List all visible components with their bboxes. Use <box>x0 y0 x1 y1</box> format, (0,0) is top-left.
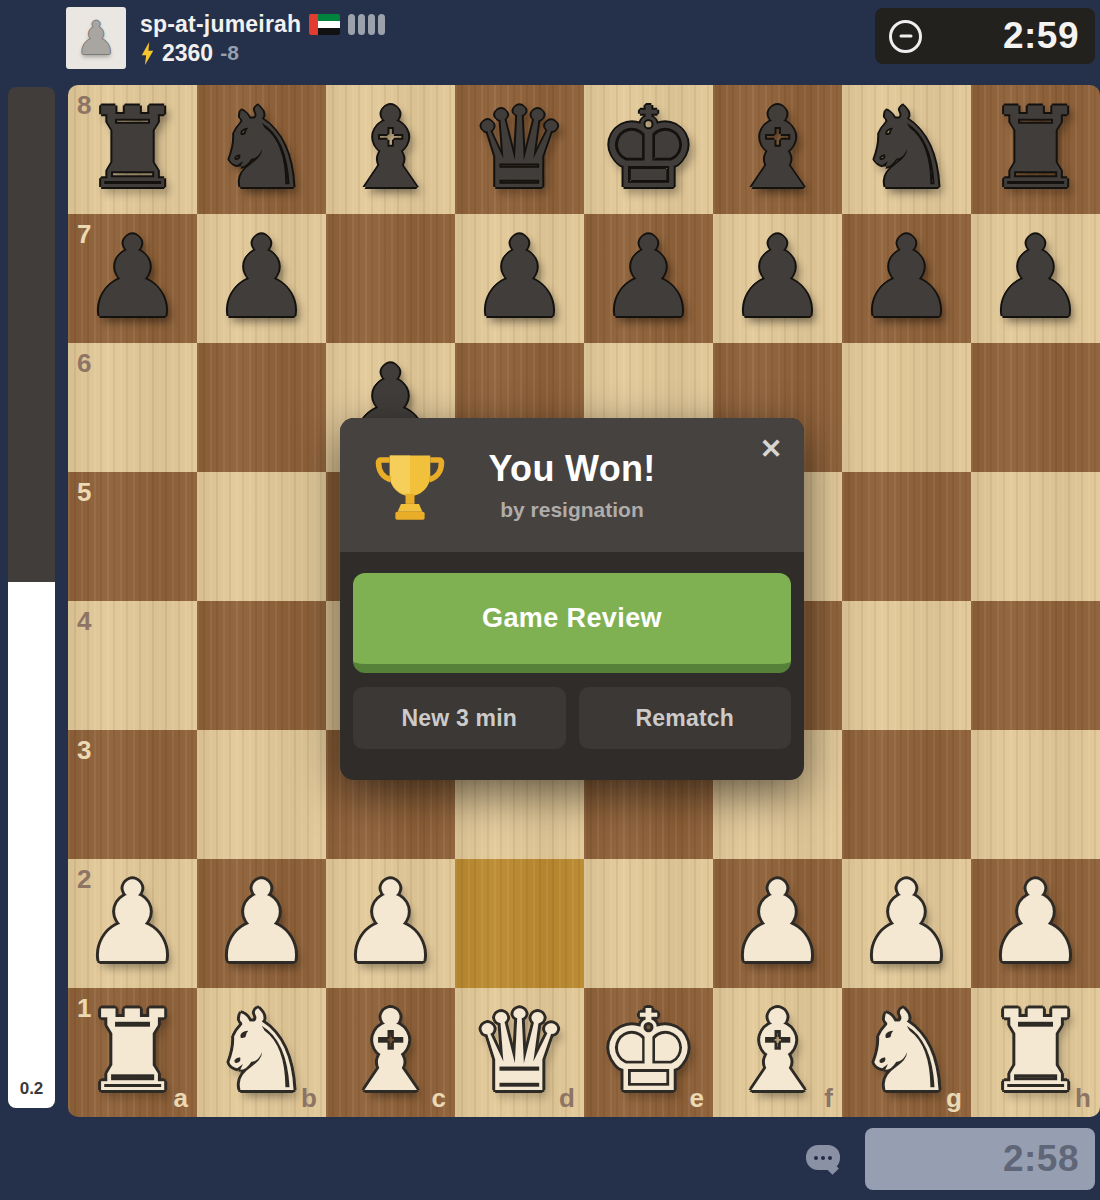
square-b3[interactable] <box>197 730 326 859</box>
top-clock-time: 2:59 <box>922 15 1095 57</box>
square-e2[interactable] <box>584 859 713 988</box>
piece-white-king[interactable]: ♚ <box>598 995 698 1107</box>
piece-white-queen[interactable]: ♛ <box>469 995 569 1107</box>
square-b1[interactable]: b♞ <box>197 988 326 1117</box>
square-h3[interactable] <box>971 730 1100 859</box>
piece-black-pawn[interactable]: ♟ <box>727 221 827 333</box>
square-e7[interactable]: ♟ <box>584 214 713 343</box>
square-b4[interactable] <box>197 601 326 730</box>
piece-black-pawn[interactable]: ♟ <box>82 221 182 333</box>
square-a6[interactable]: 6 <box>68 343 197 472</box>
square-g1[interactable]: g♞ <box>842 988 971 1117</box>
bottom-clock-time: 2:58 <box>865 1138 1095 1180</box>
square-f1[interactable]: f♝ <box>713 988 842 1117</box>
bottom-player-clock: 2:58 <box>865 1128 1095 1190</box>
piece-black-knight[interactable]: ♞ <box>211 92 311 204</box>
eval-score-label: 0.2 <box>8 1079 55 1099</box>
new-game-button[interactable]: New 3 min <box>353 687 566 749</box>
game-over-dialog: You Won! by resignation ✕ Game Review Ne… <box>340 418 804 780</box>
square-a7[interactable]: 7♟ <box>68 214 197 343</box>
piece-white-pawn[interactable]: ♟ <box>985 866 1085 978</box>
gold-trophy-icon <box>374 450 446 524</box>
top-player-username[interactable]: sp-at-jumeirah <box>140 11 301 38</box>
square-a5[interactable]: 5 <box>68 472 197 601</box>
piece-black-queen[interactable]: ♛ <box>469 92 569 204</box>
square-a8[interactable]: 8♜ <box>68 85 197 214</box>
square-b7[interactable]: ♟ <box>197 214 326 343</box>
piece-white-bishop[interactable]: ♝ <box>727 995 827 1107</box>
square-e8[interactable]: ♚ <box>584 85 713 214</box>
square-d1[interactable]: d♛ <box>455 988 584 1117</box>
rematch-button[interactable]: Rematch <box>579 687 792 749</box>
square-b5[interactable] <box>197 472 326 601</box>
square-d7[interactable]: ♟ <box>455 214 584 343</box>
square-c1[interactable]: c♝ <box>326 988 455 1117</box>
square-f8[interactable]: ♝ <box>713 85 842 214</box>
square-g4[interactable] <box>842 601 971 730</box>
square-c7[interactable] <box>326 214 455 343</box>
square-d2[interactable] <box>455 859 584 988</box>
dialog-header: You Won! by resignation ✕ <box>340 418 804 552</box>
square-a2[interactable]: 2♟ <box>68 859 197 988</box>
uae-flag-icon <box>309 14 340 35</box>
top-player-rating: 2360 <box>162 40 213 67</box>
lightning-blitz-icon <box>140 42 155 65</box>
piece-white-bishop[interactable]: ♝ <box>340 995 440 1107</box>
chat-bubble-icon[interactable] <box>806 1145 840 1170</box>
top-player-clock: 2:59 <box>875 8 1095 64</box>
eval-white-fill <box>8 582 55 1108</box>
piece-black-bishop[interactable]: ♝ <box>727 92 827 204</box>
piece-white-pawn[interactable]: ♟ <box>82 866 182 978</box>
game-review-button[interactable]: Game Review <box>353 573 791 673</box>
pawn-avatar-icon: ♟ <box>75 15 116 61</box>
square-h6[interactable] <box>971 343 1100 472</box>
piece-white-pawn[interactable]: ♟ <box>727 866 827 978</box>
square-a4[interactable]: 4 <box>68 601 197 730</box>
dialog-body: Game Review New 3 min Rematch <box>340 552 804 749</box>
rank-label-6: 6 <box>77 350 91 376</box>
piece-black-pawn[interactable]: ♟ <box>211 221 311 333</box>
square-h5[interactable] <box>971 472 1100 601</box>
piece-white-pawn[interactable]: ♟ <box>856 866 956 978</box>
square-a1[interactable]: 1a♜ <box>68 988 197 1117</box>
signal-bars-icon <box>348 14 385 35</box>
square-h1[interactable]: h♜ <box>971 988 1100 1117</box>
square-f2[interactable]: ♟ <box>713 859 842 988</box>
square-g8[interactable]: ♞ <box>842 85 971 214</box>
piece-black-rook[interactable]: ♜ <box>82 92 182 204</box>
piece-black-pawn[interactable]: ♟ <box>985 221 1085 333</box>
top-player-avatar[interactable]: ♟ <box>66 7 126 69</box>
square-b8[interactable]: ♞ <box>197 85 326 214</box>
evaluation-bar: 0.2 <box>8 87 55 1108</box>
piece-white-pawn[interactable]: ♟ <box>211 866 311 978</box>
piece-black-bishop[interactable]: ♝ <box>340 92 440 204</box>
piece-white-knight[interactable]: ♞ <box>856 995 956 1107</box>
square-h2[interactable]: ♟ <box>971 859 1100 988</box>
square-b6[interactable] <box>197 343 326 472</box>
square-h7[interactable]: ♟ <box>971 214 1100 343</box>
square-g3[interactable] <box>842 730 971 859</box>
square-d8[interactable]: ♛ <box>455 85 584 214</box>
square-b2[interactable]: ♟ <box>197 859 326 988</box>
square-a3[interactable]: 3 <box>68 730 197 859</box>
piece-black-rook[interactable]: ♜ <box>985 92 1085 204</box>
piece-white-rook[interactable]: ♜ <box>82 995 182 1107</box>
piece-black-pawn[interactable]: ♟ <box>469 221 569 333</box>
square-h8[interactable]: ♜ <box>971 85 1100 214</box>
square-g5[interactable] <box>842 472 971 601</box>
square-e1[interactable]: e♚ <box>584 988 713 1117</box>
close-icon[interactable]: ✕ <box>754 432 788 466</box>
square-h4[interactable] <box>971 601 1100 730</box>
piece-white-rook[interactable]: ♜ <box>985 995 1085 1107</box>
square-g6[interactable] <box>842 343 971 472</box>
square-g7[interactable]: ♟ <box>842 214 971 343</box>
rank-label-4: 4 <box>77 608 91 634</box>
square-c8[interactable]: ♝ <box>326 85 455 214</box>
piece-black-pawn[interactable]: ♟ <box>598 221 698 333</box>
piece-black-king[interactable]: ♚ <box>598 92 698 204</box>
square-g2[interactable]: ♟ <box>842 859 971 988</box>
square-f7[interactable]: ♟ <box>713 214 842 343</box>
piece-white-pawn[interactable]: ♟ <box>340 866 440 978</box>
rank-label-3: 3 <box>77 737 91 763</box>
circle-minus-paused-icon <box>889 20 922 53</box>
piece-white-knight[interactable]: ♞ <box>211 995 311 1107</box>
top-player-rating-delta: -8 <box>220 41 239 65</box>
square-c2[interactable]: ♟ <box>326 859 455 988</box>
piece-black-pawn[interactable]: ♟ <box>856 221 956 333</box>
rank-label-5: 5 <box>77 479 91 505</box>
piece-black-knight[interactable]: ♞ <box>856 92 956 204</box>
